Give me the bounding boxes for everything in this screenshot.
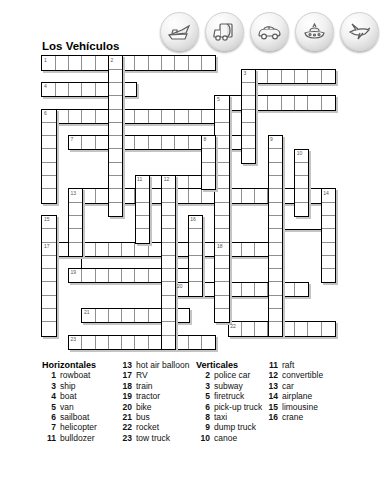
grid-cell[interactable] [269, 176, 282, 189]
clue-number-label: 21 [118, 412, 132, 422]
steamboat-icon [295, 12, 334, 51]
grid-cell[interactable] [162, 336, 175, 349]
grid-cell[interactable] [189, 256, 202, 269]
grid-cell[interactable] [82, 110, 95, 123]
grid-cell[interactable] [109, 70, 122, 83]
clue-across-20: 20bike [118, 402, 189, 412]
clue-text: bus [136, 412, 150, 422]
down-word-16[interactable] [188, 215, 203, 297]
grid-cell[interactable] [242, 83, 255, 96]
grid-cell[interactable] [189, 269, 202, 282]
grid-cell[interactable] [229, 243, 242, 256]
grid-cell[interactable] [242, 110, 255, 123]
grid-cell[interactable] [96, 110, 109, 123]
grid-cell[interactable] [322, 322, 335, 335]
grid-cell[interactable] [175, 189, 188, 202]
grid-cell[interactable] [308, 189, 321, 202]
clue-number: 3 [244, 71, 247, 76]
grid-cell[interactable] [69, 203, 82, 216]
grid-cell[interactable] [189, 243, 202, 256]
grid-cell[interactable] [122, 136, 135, 149]
grid-cell[interactable] [295, 283, 308, 296]
grid-cell[interactable] [202, 110, 215, 123]
clue-number-label: 7 [42, 422, 56, 432]
grid-cell[interactable] [162, 269, 175, 282]
grid-cell[interactable] [69, 216, 82, 229]
grid-cell[interactable] [255, 322, 268, 335]
clue-number-label: 17 [118, 370, 132, 380]
grid-cell[interactable] [215, 256, 228, 269]
grid-cell[interactable] [175, 136, 188, 149]
grid-cell[interactable] [162, 256, 175, 269]
clue-across-17: 17RV [118, 370, 189, 380]
grid-cell[interactable] [202, 56, 215, 69]
clue-number: 18 [217, 244, 223, 249]
clue-number: 4 [44, 84, 47, 89]
grid-cell[interactable] [162, 282, 175, 295]
grid-cell[interactable] [202, 243, 215, 256]
grid-cell[interactable] [269, 269, 282, 282]
grid-cell[interactable] [122, 110, 135, 123]
grid-cell[interactable] [295, 96, 308, 109]
grid-cell[interactable] [268, 70, 281, 83]
clue-number: 21 [84, 310, 90, 315]
grid-cell[interactable] [82, 56, 95, 69]
grid-cell[interactable] [42, 229, 55, 242]
grid-cell[interactable] [215, 269, 228, 282]
grid-cell[interactable] [96, 56, 109, 69]
clue-number: 8 [204, 137, 207, 142]
grid-cell[interactable] [295, 70, 308, 83]
grid-cell[interactable] [242, 96, 255, 109]
clues-across-col2: 13hot air balloon17RV18train19tractor20b… [118, 360, 189, 443]
clue-text: firetruck [214, 391, 244, 401]
grid-cell[interactable] [229, 136, 242, 149]
grid-cell[interactable] [175, 56, 188, 69]
grid-cell[interactable] [162, 203, 175, 216]
grid-cell[interactable] [215, 189, 228, 202]
clue-number-label: 5 [42, 402, 56, 412]
grid-cell[interactable] [242, 243, 255, 256]
grid-cell[interactable] [42, 189, 55, 202]
clue-across-11: 11bulldozer [42, 433, 97, 443]
grid-cell[interactable] [109, 123, 122, 136]
grid-cell[interactable] [42, 136, 55, 149]
grid-cell[interactable] [189, 189, 202, 202]
grid-cell[interactable] [189, 136, 202, 149]
grid-cell[interactable] [322, 256, 335, 269]
grid-cell[interactable] [175, 336, 188, 349]
grid-cell[interactable] [215, 110, 228, 123]
grid-cell[interactable] [282, 70, 295, 83]
grid-cell[interactable] [162, 243, 175, 256]
grid-cell[interactable] [255, 189, 268, 202]
grid-cell[interactable] [42, 123, 55, 136]
grid-cell[interactable] [135, 56, 148, 69]
clues-across-col1: Horizontales 1rowboat3ship4boat5van6sail… [42, 360, 97, 443]
grid-cell[interactable] [135, 336, 148, 349]
grid-cell[interactable] [162, 309, 175, 322]
clue-text: RV [136, 370, 148, 380]
grid-cell[interactable] [122, 309, 135, 322]
clue-down-11: 11raft [264, 360, 323, 370]
down-word-6[interactable] [41, 109, 56, 204]
grid-cell[interactable] [269, 322, 282, 335]
grid-cell[interactable] [109, 176, 122, 189]
down-word-9[interactable] [268, 135, 283, 337]
clue-down-12: 12convertible [264, 370, 323, 380]
grid-cell[interactable] [162, 216, 175, 229]
grid-cell[interactable] [149, 336, 162, 349]
grid-cell[interactable] [242, 123, 255, 136]
grid-cell[interactable] [282, 189, 295, 202]
grid-cell[interactable] [56, 110, 69, 123]
grid-cell[interactable] [149, 243, 162, 256]
down-word-10[interactable] [294, 149, 309, 218]
grid-cell[interactable] [42, 149, 55, 162]
grid-cell[interactable] [322, 70, 335, 83]
outline-box [228, 202, 270, 244]
grid-cell[interactable] [269, 309, 282, 322]
clue-text: hot air balloon [136, 360, 189, 370]
grid-cell[interactable] [82, 136, 95, 149]
grid-cell[interactable] [96, 336, 109, 349]
clue-number: 6 [44, 111, 47, 116]
grid-cell[interactable] [109, 189, 122, 202]
grid-cell[interactable] [269, 189, 282, 202]
grid-cell[interactable] [149, 56, 162, 69]
clue-across-21: 21bus [118, 412, 189, 422]
grid-cell[interactable] [242, 322, 255, 335]
grid-cell[interactable] [149, 189, 162, 202]
grid-cell[interactable] [322, 229, 335, 242]
grid-cell[interactable] [269, 163, 282, 176]
clue-text: bulldozer [60, 433, 95, 443]
grid-cell[interactable] [162, 189, 175, 202]
down-header: Verticales [196, 360, 262, 370]
grid-cell[interactable] [269, 229, 282, 242]
clue-across-18: 18train [118, 381, 189, 391]
clue-number-label: 20 [118, 402, 132, 412]
clue-number-label: 9 [196, 422, 210, 432]
grid-cell[interactable] [242, 136, 255, 149]
grid-cell[interactable] [162, 322, 175, 335]
grid-cell[interactable] [282, 283, 295, 296]
grid-cell[interactable] [215, 203, 228, 216]
grid-cell[interactable] [69, 83, 82, 96]
grid-cell[interactable] [322, 96, 335, 109]
down-word-12[interactable] [161, 175, 176, 350]
grid-cell[interactable] [269, 296, 282, 309]
car-icon [250, 12, 289, 51]
grid-cell[interactable] [82, 243, 95, 256]
grid-cell[interactable] [135, 243, 148, 256]
clue-number: 11 [137, 177, 142, 182]
grid-cell[interactable] [135, 136, 148, 149]
across-word-23[interactable] [68, 335, 216, 350]
grid-cell[interactable] [295, 176, 308, 189]
grid-cell[interactable] [215, 296, 228, 309]
grid-cell[interactable] [229, 283, 242, 296]
grid-cell[interactable] [122, 83, 135, 96]
grid-cell[interactable] [42, 309, 55, 322]
grid-cell[interactable] [162, 136, 175, 149]
grid-cell[interactable] [56, 243, 69, 256]
clue-number-label: 11 [42, 433, 56, 443]
clue-number-label: 2 [196, 370, 210, 380]
grid-cell[interactable] [109, 149, 122, 162]
grid-cell[interactable] [202, 283, 215, 296]
grid-cell[interactable] [322, 243, 335, 256]
grid-cell[interactable] [135, 269, 148, 282]
grid-cell[interactable] [136, 229, 149, 242]
clue-number: 14 [323, 191, 329, 196]
down-word-14[interactable] [321, 188, 336, 283]
grid-cell[interactable] [308, 70, 321, 83]
grid-cell[interactable] [269, 216, 282, 229]
grid-cell[interactable] [96, 136, 109, 149]
grid-cell[interactable] [202, 176, 215, 189]
grid-cell[interactable] [82, 269, 95, 282]
grid-cell[interactable] [96, 309, 109, 322]
grid-cell[interactable] [42, 322, 55, 335]
grid-cell[interactable] [42, 282, 55, 295]
grid-cell[interactable] [42, 256, 55, 269]
grid-cell[interactable] [162, 229, 175, 242]
clue-text: pick-up truck [214, 402, 262, 412]
grid-cell[interactable] [109, 309, 122, 322]
grid-cell[interactable] [255, 96, 268, 109]
grid-cell[interactable] [122, 243, 135, 256]
grid-cell[interactable] [295, 203, 308, 216]
clue-number-label: 8 [196, 412, 210, 422]
clue-text: dump truck [214, 422, 256, 432]
grid-cell[interactable] [96, 189, 109, 202]
grid-cell[interactable] [96, 83, 109, 96]
grid-cell[interactable] [242, 189, 255, 202]
grid-cell[interactable] [322, 203, 335, 216]
grid-cell[interactable] [149, 110, 162, 123]
grid-cell[interactable] [96, 243, 109, 256]
grid-cell[interactable] [215, 309, 228, 322]
clue-down-6: 6pick-up truck [196, 402, 262, 412]
clue-down-5: 5firetruck [196, 391, 262, 401]
grid-cell[interactable] [82, 189, 95, 202]
clue-number-label: 6 [42, 412, 56, 422]
grid-cell[interactable] [122, 189, 135, 202]
clue-number: 5 [217, 97, 220, 102]
grid-cell[interactable] [149, 176, 162, 189]
worksheet-page: Los Vehículos [0, 0, 386, 500]
grid-cell[interactable] [295, 189, 308, 202]
clue-number-label: 5 [196, 391, 210, 401]
grid-cell[interactable] [149, 136, 162, 149]
clue-number: 19 [71, 270, 77, 275]
clue-down-16: 16crane [264, 412, 323, 422]
clue-across-13: 13hot air balloon [118, 360, 189, 370]
grid-cell[interactable] [189, 336, 202, 349]
grid-cell[interactable] [136, 203, 149, 216]
down-word-5[interactable] [214, 95, 229, 323]
grid-cell[interactable] [255, 243, 268, 256]
clue-text: helicopter [60, 422, 97, 432]
grid-cell[interactable] [162, 56, 175, 69]
grid-cell[interactable] [269, 149, 282, 162]
grid-cell[interactable] [82, 336, 95, 349]
clue-across-22: 22rocket [118, 422, 189, 432]
down-word-2[interactable] [108, 55, 123, 217]
grid-cell[interactable] [215, 176, 228, 189]
down-word-13[interactable] [68, 188, 83, 257]
clue-number-label: 11 [264, 360, 278, 370]
grid-cell[interactable] [269, 256, 282, 269]
clue-number: 12 [164, 177, 170, 182]
grid-cell[interactable] [136, 216, 149, 229]
grid-cell[interactable] [69, 56, 82, 69]
grid-cell[interactable] [162, 110, 175, 123]
clue-text: boat [60, 391, 77, 401]
grid-cell[interactable] [255, 70, 268, 83]
grid-cell[interactable] [109, 136, 122, 149]
cruise-ship-icon [160, 12, 199, 51]
clue-text: crane [282, 412, 303, 422]
grid-cell[interactable] [175, 110, 188, 123]
grid-cell[interactable] [215, 123, 228, 136]
grid-cell[interactable] [149, 309, 162, 322]
grid-cell[interactable] [162, 296, 175, 309]
grid-cell[interactable] [322, 269, 335, 282]
grid-cell[interactable] [295, 163, 308, 176]
grid-cell[interactable] [109, 269, 122, 282]
clue-across-1: 1rowboat [42, 370, 97, 380]
grid-cell[interactable] [229, 96, 242, 109]
grid-cell[interactable] [229, 189, 242, 202]
truck-icon [205, 12, 244, 51]
clue-text: canoe [214, 433, 237, 443]
grid-cell[interactable] [269, 243, 282, 256]
grid-cell[interactable] [42, 176, 55, 189]
grid-cell[interactable] [255, 283, 268, 296]
grid-cell[interactable] [269, 282, 282, 295]
clue-across-19: 19tractor [118, 391, 189, 401]
across-word-1[interactable] [41, 55, 216, 70]
grid-cell[interactable] [109, 203, 122, 216]
grid-cell[interactable] [109, 110, 122, 123]
grid-cell[interactable] [56, 83, 69, 96]
grid-cell[interactable] [175, 176, 188, 189]
across-word-5[interactable] [214, 95, 336, 110]
grid-cell[interactable] [202, 163, 215, 176]
grid-cell[interactable] [42, 269, 55, 282]
clue-number-label: 1 [42, 370, 56, 380]
grid-cell[interactable] [42, 296, 55, 309]
across-word-6[interactable] [41, 109, 216, 124]
grid-cell[interactable] [109, 83, 122, 96]
grid-cell[interactable] [189, 229, 202, 242]
clue-number-label: 22 [118, 422, 132, 432]
clue-across-4: 4boat [42, 391, 97, 401]
grid-cell[interactable] [202, 189, 215, 202]
grid-cell[interactable] [295, 322, 308, 335]
grid-cell[interactable] [82, 83, 95, 96]
grid-cell[interactable] [269, 203, 282, 216]
grid-cell[interactable] [282, 96, 295, 109]
grid-cell[interactable] [268, 96, 281, 109]
grid-cell[interactable] [136, 189, 149, 202]
grid-cell[interactable] [69, 110, 82, 123]
grid-cell[interactable] [96, 269, 109, 282]
grid-cell[interactable] [122, 56, 135, 69]
clue-down-14: 14airplane [264, 391, 323, 401]
grid-cell[interactable] [242, 149, 255, 162]
clue-text: van [60, 402, 74, 412]
grid-cell[interactable] [189, 110, 202, 123]
grid-cell[interactable] [109, 243, 122, 256]
clue-number-label: 23 [118, 433, 132, 443]
clue-text: tractor [136, 391, 160, 401]
clue-across-3: 3ship [42, 381, 97, 391]
down-word-3[interactable] [241, 69, 256, 164]
grid-cell[interactable] [282, 322, 295, 335]
grid-cell[interactable] [189, 56, 202, 69]
clue-text: rowboat [60, 370, 90, 380]
airplane-icon [340, 12, 379, 51]
grid-cell[interactable] [189, 282, 202, 295]
grid-cell[interactable] [122, 269, 135, 282]
grid-cell[interactable] [215, 282, 228, 295]
grid-cell[interactable] [189, 176, 202, 189]
clue-number-label: 12 [264, 370, 278, 380]
grid-cell[interactable] [42, 163, 55, 176]
grid-cell[interactable] [215, 163, 228, 176]
grid-cell[interactable] [109, 163, 122, 176]
page-title: Los Vehículos [42, 40, 119, 52]
grid-cell[interactable] [175, 269, 188, 282]
clue-text: raft [282, 360, 294, 370]
grid-cell[interactable] [202, 149, 215, 162]
grid-cell[interactable] [135, 110, 148, 123]
grid-cell[interactable] [109, 336, 122, 349]
grid-cell[interactable] [175, 243, 188, 256]
grid-cell[interactable] [215, 149, 228, 162]
grid-cell[interactable] [135, 309, 148, 322]
vehicle-icon-row [158, 10, 380, 54]
grid-cell[interactable] [69, 229, 82, 242]
clue-number: 10 [297, 151, 303, 156]
grid-cell[interactable] [56, 56, 69, 69]
down-word-11[interactable] [135, 175, 150, 244]
grid-cell[interactable] [69, 243, 82, 256]
down-word-15[interactable] [41, 215, 56, 337]
grid-cell[interactable] [215, 136, 228, 149]
clue-number-label: 16 [264, 412, 278, 422]
grid-cell[interactable] [308, 322, 321, 335]
clue-text: car [282, 381, 294, 391]
grid-cell[interactable] [109, 96, 122, 109]
grid-cell[interactable] [202, 336, 215, 349]
clue-across-5: 5van [42, 402, 97, 412]
grid-cell[interactable] [175, 309, 188, 322]
grid-cell[interactable] [242, 283, 255, 296]
clue-number: 16 [190, 217, 196, 222]
grid-cell[interactable] [322, 216, 335, 229]
grid-cell[interactable] [149, 269, 162, 282]
grid-cell[interactable] [122, 336, 135, 349]
grid-cell[interactable] [215, 229, 228, 242]
grid-cell[interactable] [308, 96, 321, 109]
grid-cell[interactable] [215, 216, 228, 229]
down-word-8[interactable] [201, 135, 216, 190]
